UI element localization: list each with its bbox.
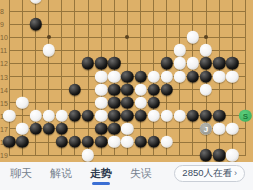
white-stone xyxy=(174,44,186,56)
black-stone xyxy=(82,57,94,69)
black-stone xyxy=(82,136,94,148)
white-stone xyxy=(200,44,212,56)
black-stone xyxy=(187,110,199,122)
black-stone xyxy=(147,83,159,95)
black-stone xyxy=(200,149,212,161)
white-stone xyxy=(226,149,238,161)
white-stone xyxy=(82,149,94,161)
white-stone xyxy=(16,123,28,135)
row-coordinate-label: 19 xyxy=(0,152,8,159)
black-stone xyxy=(16,136,28,148)
white-stone xyxy=(121,123,133,135)
row-coordinate-label: 11 xyxy=(0,47,7,54)
row-coordinate-label: 8 xyxy=(0,8,4,15)
white-stone xyxy=(174,70,186,82)
board-grid-hline xyxy=(9,11,246,12)
white-stone xyxy=(95,83,107,95)
row-coordinate-label: 9 xyxy=(0,21,4,28)
white-stone xyxy=(187,57,199,69)
white-stone xyxy=(161,136,173,148)
marker-badge-green: S xyxy=(239,110,251,122)
black-stone xyxy=(42,123,54,135)
white-stone xyxy=(134,97,146,109)
star-point xyxy=(125,35,129,39)
row-coordinate-label: 10 xyxy=(0,34,8,41)
white-stone xyxy=(174,57,186,69)
star-point xyxy=(47,35,51,39)
white-stone xyxy=(174,110,186,122)
tab-失误[interactable]: 失误 xyxy=(130,163,152,184)
black-stone xyxy=(95,123,107,135)
black-stone xyxy=(187,70,199,82)
black-stone xyxy=(161,83,173,95)
row-coordinate-label: 17 xyxy=(0,125,8,132)
white-stone xyxy=(147,70,159,82)
white-stone xyxy=(108,70,120,82)
board-grid-hline xyxy=(9,24,246,25)
white-stone xyxy=(213,123,225,135)
black-stone xyxy=(95,57,107,69)
white-stone xyxy=(187,31,199,43)
black-stone xyxy=(82,110,94,122)
black-stone xyxy=(147,97,159,109)
black-stone xyxy=(56,136,68,148)
black-stone xyxy=(69,136,81,148)
tab-聊天[interactable]: 聊天 xyxy=(10,163,32,184)
white-stone xyxy=(42,44,54,56)
black-stone xyxy=(200,110,212,122)
black-stone xyxy=(108,123,120,135)
black-stone xyxy=(213,57,225,69)
white-stone xyxy=(121,136,133,148)
white-stone xyxy=(3,110,15,122)
go-board[interactable]: 8910111213141516171819JS xyxy=(0,0,253,162)
black-stone xyxy=(95,136,107,148)
black-stone xyxy=(108,97,120,109)
white-stone xyxy=(108,136,120,148)
black-stone xyxy=(226,57,238,69)
black-stone xyxy=(29,123,41,135)
black-stone xyxy=(121,97,133,109)
black-stone xyxy=(200,70,212,82)
go-app-screen: 8910111213141516171819JS 聊天解说走势失误2850人在看… xyxy=(0,0,253,190)
black-stone xyxy=(108,110,120,122)
white-stone xyxy=(56,110,68,122)
row-coordinate-label: 15 xyxy=(0,99,8,106)
black-stone xyxy=(121,110,133,122)
chevron-right-icon: › xyxy=(234,168,237,178)
white-stone xyxy=(95,70,107,82)
black-stone xyxy=(56,123,68,135)
black-stone xyxy=(69,110,81,122)
white-stone xyxy=(213,70,225,82)
viewers-count-pill[interactable]: 2850人在看› xyxy=(174,165,245,182)
black-stone xyxy=(134,136,146,148)
tab-走势[interactable]: 走势 xyxy=(90,163,112,184)
star-point xyxy=(204,35,208,39)
black-stone xyxy=(69,83,81,95)
white-stone xyxy=(161,110,173,122)
row-coordinate-label: 13 xyxy=(0,73,8,80)
white-stone xyxy=(95,97,107,109)
row-coordinate-label: 14 xyxy=(0,86,8,93)
white-stone xyxy=(226,123,238,135)
black-stone xyxy=(134,110,146,122)
black-stone xyxy=(108,83,120,95)
black-stone xyxy=(3,136,15,148)
black-stone xyxy=(147,136,159,148)
black-stone xyxy=(29,18,41,30)
black-stone xyxy=(121,83,133,95)
black-stone xyxy=(108,57,120,69)
viewers-count-text: 2850人在看 xyxy=(182,167,232,180)
white-stone xyxy=(200,83,212,95)
black-stone xyxy=(121,70,133,82)
white-stone xyxy=(134,83,146,95)
white-stone xyxy=(161,70,173,82)
tab-解说[interactable]: 解说 xyxy=(50,163,72,184)
black-stone xyxy=(200,57,212,69)
white-stone xyxy=(226,70,238,82)
white-stone xyxy=(16,97,28,109)
white-stone xyxy=(147,110,159,122)
black-stone xyxy=(213,149,225,161)
black-stone xyxy=(134,70,146,82)
black-stone xyxy=(213,110,225,122)
marker-badge-gray: J xyxy=(200,123,212,135)
black-stone xyxy=(161,57,173,69)
white-stone xyxy=(42,110,54,122)
row-coordinate-label: 12 xyxy=(0,60,8,67)
white-stone xyxy=(95,110,107,122)
white-stone xyxy=(29,110,41,122)
white-stone xyxy=(29,0,41,4)
bottom-tab-bar: 聊天解说走势失误2850人在看› xyxy=(0,162,253,190)
